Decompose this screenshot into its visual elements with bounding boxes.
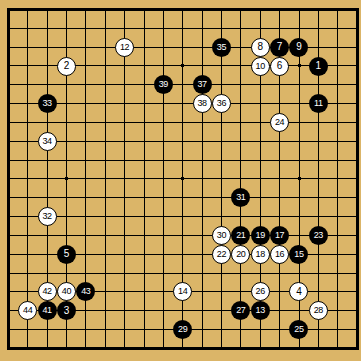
stone-black-41[interactable]: 41 [38, 301, 57, 320]
stone-black-35[interactable]: 35 [212, 38, 231, 57]
stone-black-9[interactable]: 9 [289, 38, 308, 57]
stone-black-25[interactable]: 25 [289, 320, 308, 339]
stone-white-22[interactable]: 22 [212, 245, 231, 264]
stone-white-2[interactable]: 2 [57, 57, 76, 76]
stone-white-10[interactable]: 10 [251, 57, 270, 76]
stone-grid: 1234567891011121314151617181920212223242… [0, 0, 361, 358]
stone-black-43[interactable]: 43 [76, 282, 95, 301]
stone-white-30[interactable]: 30 [212, 226, 231, 245]
stone-black-13[interactable]: 13 [251, 301, 270, 320]
stone-black-15[interactable]: 15 [289, 245, 308, 264]
stone-black-33[interactable]: 33 [38, 94, 57, 113]
stone-black-5[interactable]: 5 [57, 245, 76, 264]
stone-white-20[interactable]: 20 [231, 245, 250, 264]
stone-white-28[interactable]: 28 [309, 301, 328, 320]
stone-black-21[interactable]: 21 [231, 226, 250, 245]
stone-black-19[interactable]: 19 [251, 226, 270, 245]
stone-white-26[interactable]: 26 [251, 282, 270, 301]
stone-black-1[interactable]: 1 [309, 57, 328, 76]
stone-white-42[interactable]: 42 [38, 282, 57, 301]
stone-black-7[interactable]: 7 [270, 38, 289, 57]
go-board[interactable]: 1234567891011121314151617181920212223242… [0, 0, 361, 361]
stone-white-34[interactable]: 34 [38, 132, 57, 151]
stone-white-4[interactable]: 4 [289, 282, 308, 301]
stone-black-17[interactable]: 17 [270, 226, 289, 245]
stone-black-37[interactable]: 37 [193, 75, 212, 94]
stone-white-8[interactable]: 8 [251, 38, 270, 57]
stone-white-40[interactable]: 40 [57, 282, 76, 301]
stone-black-31[interactable]: 31 [231, 188, 250, 207]
stone-white-36[interactable]: 36 [212, 94, 231, 113]
stone-white-44[interactable]: 44 [18, 301, 37, 320]
stone-white-18[interactable]: 18 [251, 245, 270, 264]
stone-white-32[interactable]: 32 [38, 207, 57, 226]
stone-white-38[interactable]: 38 [193, 94, 212, 113]
stone-black-29[interactable]: 29 [173, 320, 192, 339]
stone-white-12[interactable]: 12 [115, 38, 134, 57]
stone-white-6[interactable]: 6 [270, 57, 289, 76]
stone-black-39[interactable]: 39 [154, 75, 173, 94]
stone-black-27[interactable]: 27 [231, 301, 250, 320]
stone-black-23[interactable]: 23 [309, 226, 328, 245]
stone-white-24[interactable]: 24 [270, 113, 289, 132]
stone-black-11[interactable]: 11 [309, 94, 328, 113]
stone-white-14[interactable]: 14 [173, 282, 192, 301]
stone-white-16[interactable]: 16 [270, 245, 289, 264]
stone-black-3[interactable]: 3 [57, 301, 76, 320]
